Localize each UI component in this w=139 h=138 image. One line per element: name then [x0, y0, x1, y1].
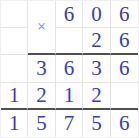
product-digit: 7	[56, 110, 83, 137]
partial-product-2-digit: 1	[1, 83, 28, 110]
multiplicand-digit: 6	[56, 1, 83, 28]
partial-product-1-digit: 6	[56, 55, 83, 82]
multiplier-digit: 6	[111, 28, 138, 55]
product-digit: 6	[111, 110, 138, 137]
partial-product-1-digit: 3	[83, 55, 110, 82]
product-digit: 5	[28, 110, 55, 137]
empty-cell	[1, 1, 28, 28]
multiply-operator: ×	[28, 1, 55, 55]
partial-product-2-digit: 2	[28, 83, 55, 110]
multiplicand-digit: 6	[111, 1, 138, 28]
multiplicand-digit: 0	[83, 1, 110, 28]
multiplication-grid: × 6 0 6 2 6 3 6 3 6 1 2 1 2 1 5 7 5 6	[0, 0, 139, 138]
multiplier-digit: 2	[83, 28, 110, 55]
partial-product-2-digit: 1	[56, 83, 83, 110]
empty-cell	[56, 28, 83, 55]
product-digit: 5	[83, 110, 110, 137]
empty-cell	[1, 28, 28, 55]
empty-cell	[111, 83, 138, 110]
partial-product-1-digit: 6	[111, 55, 138, 82]
partial-product-2-digit: 2	[83, 83, 110, 110]
empty-cell	[1, 55, 28, 82]
partial-product-1-digit: 3	[28, 55, 55, 82]
product-digit: 1	[1, 110, 28, 137]
